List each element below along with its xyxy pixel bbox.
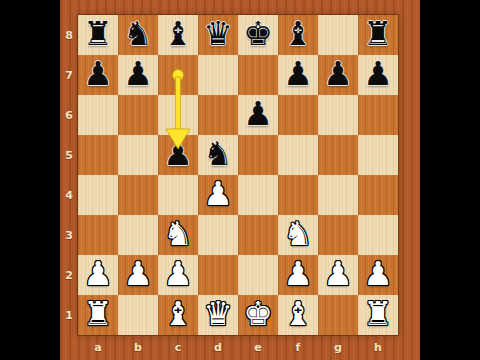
square-h2[interactable]: ♟ [358, 255, 398, 295]
square-h3[interactable] [358, 215, 398, 255]
rank-label-4: 4 [60, 175, 78, 215]
square-e4[interactable] [238, 175, 278, 215]
square-c7[interactable] [158, 55, 198, 95]
piece-white-queen[interactable]: ♛ [203, 294, 233, 334]
piece-black-pawn[interactable]: ♟ [283, 54, 313, 94]
piece-black-bishop[interactable]: ♝ [283, 14, 313, 54]
rank-label-1: 1 [60, 295, 78, 335]
piece-black-rook[interactable]: ♜ [83, 14, 113, 54]
piece-white-pawn[interactable]: ♟ [83, 254, 113, 294]
square-d7[interactable] [198, 55, 238, 95]
square-a6[interactable] [78, 95, 118, 135]
square-b4[interactable] [118, 175, 158, 215]
square-f4[interactable] [278, 175, 318, 215]
square-c1[interactable]: ♝ [158, 295, 198, 335]
square-f2[interactable]: ♟ [278, 255, 318, 295]
square-a2[interactable]: ♟ [78, 255, 118, 295]
square-c6[interactable] [158, 95, 198, 135]
piece-white-knight[interactable]: ♞ [283, 214, 313, 254]
piece-white-pawn[interactable]: ♟ [163, 254, 193, 294]
rank-label-5: 5 [60, 135, 78, 175]
rank-label-3: 3 [60, 215, 78, 255]
piece-black-knight[interactable]: ♞ [123, 14, 153, 54]
square-c4[interactable] [158, 175, 198, 215]
square-g6[interactable] [318, 95, 358, 135]
square-d2[interactable] [198, 255, 238, 295]
square-c3[interactable]: ♞ [158, 215, 198, 255]
square-a7[interactable]: ♟ [78, 55, 118, 95]
piece-black-bishop[interactable]: ♝ [163, 14, 193, 54]
rank-label-7: 7 [60, 55, 78, 95]
video-frame: ♜♞♝♛♚♝♜♟♟♟♟♟♟♟♞♟♞♞♟♟♟♟♟♟♜♝♛♚♝♜ 87654321a… [0, 0, 480, 360]
square-f1[interactable]: ♝ [278, 295, 318, 335]
square-e7[interactable] [238, 55, 278, 95]
file-label-d: d [198, 335, 238, 360]
square-g3[interactable] [318, 215, 358, 255]
square-h1[interactable]: ♜ [358, 295, 398, 335]
square-g2[interactable]: ♟ [318, 255, 358, 295]
file-label-c: c [158, 335, 198, 360]
square-f5[interactable] [278, 135, 318, 175]
board-grid: ♜♞♝♛♚♝♜♟♟♟♟♟♟♟♞♟♞♞♟♟♟♟♟♟♜♝♛♚♝♜ [78, 15, 398, 335]
square-a8[interactable]: ♜ [78, 15, 118, 55]
square-e1[interactable]: ♚ [238, 295, 278, 335]
piece-white-bishop[interactable]: ♝ [163, 294, 193, 334]
square-b3[interactable] [118, 215, 158, 255]
piece-black-queen[interactable]: ♛ [203, 14, 233, 54]
square-g4[interactable] [318, 175, 358, 215]
square-b5[interactable] [118, 135, 158, 175]
piece-white-pawn[interactable]: ♟ [363, 254, 393, 294]
rank-label-8: 8 [60, 15, 78, 55]
square-e3[interactable] [238, 215, 278, 255]
square-c8[interactable]: ♝ [158, 15, 198, 55]
file-label-a: a [78, 335, 118, 360]
piece-white-rook[interactable]: ♜ [83, 294, 113, 334]
file-label-b: b [118, 335, 158, 360]
square-d5[interactable]: ♞ [198, 135, 238, 175]
rank-label-6: 6 [60, 95, 78, 135]
piece-black-pawn[interactable]: ♟ [323, 54, 353, 94]
letterbox-right [420, 0, 480, 360]
square-b2[interactable]: ♟ [118, 255, 158, 295]
square-g7[interactable]: ♟ [318, 55, 358, 95]
square-c2[interactable]: ♟ [158, 255, 198, 295]
letterbox-left [0, 0, 60, 360]
square-h4[interactable] [358, 175, 398, 215]
square-e6[interactable]: ♟ [238, 95, 278, 135]
rank-label-2: 2 [60, 255, 78, 295]
square-f7[interactable]: ♟ [278, 55, 318, 95]
piece-black-rook[interactable]: ♜ [363, 14, 393, 54]
piece-white-pawn[interactable]: ♟ [323, 254, 353, 294]
piece-white-king[interactable]: ♚ [243, 294, 273, 334]
file-label-h: h [358, 335, 398, 360]
square-d4[interactable]: ♟ [198, 175, 238, 215]
square-f6[interactable] [278, 95, 318, 135]
square-d1[interactable]: ♛ [198, 295, 238, 335]
piece-white-pawn[interactable]: ♟ [203, 174, 233, 214]
piece-black-pawn[interactable]: ♟ [123, 54, 153, 94]
square-g8[interactable] [318, 15, 358, 55]
piece-white-knight[interactable]: ♞ [163, 214, 193, 254]
square-h6[interactable] [358, 95, 398, 135]
square-e5[interactable] [238, 135, 278, 175]
square-b7[interactable]: ♟ [118, 55, 158, 95]
square-f3[interactable]: ♞ [278, 215, 318, 255]
square-e2[interactable] [238, 255, 278, 295]
piece-black-knight[interactable]: ♞ [203, 134, 233, 174]
piece-white-rook[interactable]: ♜ [363, 294, 393, 334]
square-b8[interactable]: ♞ [118, 15, 158, 55]
square-b1[interactable] [118, 295, 158, 335]
piece-black-pawn[interactable]: ♟ [243, 94, 273, 134]
square-e8[interactable]: ♚ [238, 15, 278, 55]
square-a5[interactable] [78, 135, 118, 175]
piece-white-bishop[interactable]: ♝ [283, 294, 313, 334]
file-label-f: f [278, 335, 318, 360]
square-g5[interactable] [318, 135, 358, 175]
square-a1[interactable]: ♜ [78, 295, 118, 335]
square-c5[interactable]: ♟ [158, 135, 198, 175]
square-f8[interactable]: ♝ [278, 15, 318, 55]
square-d6[interactable] [198, 95, 238, 135]
square-d3[interactable] [198, 215, 238, 255]
file-label-g: g [318, 335, 358, 360]
square-h8[interactable]: ♜ [358, 15, 398, 55]
square-g1[interactable] [318, 295, 358, 335]
square-h5[interactable] [358, 135, 398, 175]
square-h7[interactable]: ♟ [358, 55, 398, 95]
piece-white-pawn[interactable]: ♟ [283, 254, 313, 294]
square-b6[interactable] [118, 95, 158, 135]
piece-black-pawn[interactable]: ♟ [363, 54, 393, 94]
square-a4[interactable] [78, 175, 118, 215]
piece-black-pawn[interactable]: ♟ [83, 54, 113, 94]
file-label-e: e [238, 335, 278, 360]
square-a3[interactable] [78, 215, 118, 255]
piece-black-pawn[interactable]: ♟ [163, 134, 193, 174]
piece-white-pawn[interactable]: ♟ [123, 254, 153, 294]
piece-black-king[interactable]: ♚ [243, 14, 273, 54]
chess-board: ♜♞♝♛♚♝♜♟♟♟♟♟♟♟♞♟♞♞♟♟♟♟♟♟♜♝♛♚♝♜ 87654321a… [60, 0, 420, 360]
square-d8[interactable]: ♛ [198, 15, 238, 55]
